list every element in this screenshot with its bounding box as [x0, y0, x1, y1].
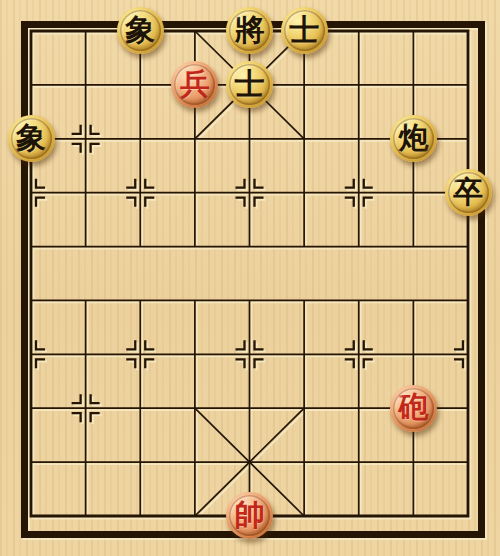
- black-general[interactable]: 將: [226, 7, 273, 54]
- xiangqi-board: 象將士兵士象炮卒砲帥: [4, 4, 496, 543]
- piece-glyph: 兵: [180, 69, 210, 99]
- black-elephant[interactable]: 象: [117, 7, 164, 54]
- piece-glyph: 將: [235, 15, 265, 45]
- red-general[interactable]: 帥: [226, 492, 273, 539]
- black-advisor[interactable]: 士: [281, 7, 328, 54]
- piece-glyph: 炮: [398, 123, 428, 153]
- piece-glyph: 帥: [235, 500, 265, 530]
- piece-glyph: 士: [289, 15, 319, 45]
- red-cannon[interactable]: 砲: [390, 385, 437, 432]
- black-cannon[interactable]: 炮: [390, 115, 437, 162]
- black-elephant[interactable]: 象: [8, 115, 55, 162]
- piece-glyph: 象: [125, 15, 155, 45]
- piece-glyph: 卒: [453, 177, 483, 207]
- black-soldier[interactable]: 卒: [445, 169, 492, 216]
- black-advisor[interactable]: 士: [226, 61, 273, 108]
- piece-glyph: 砲: [398, 392, 428, 422]
- piece-glyph: 象: [16, 123, 46, 153]
- piece-glyph: 士: [235, 69, 265, 99]
- red-soldier[interactable]: 兵: [171, 61, 218, 108]
